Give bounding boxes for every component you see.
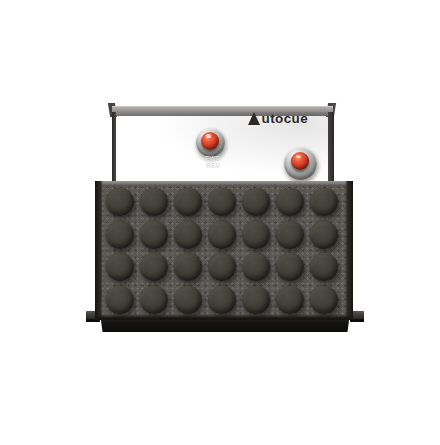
rubber-dome xyxy=(140,188,168,216)
rubber-dome xyxy=(310,221,338,249)
rubber-dome xyxy=(208,188,236,216)
rubber-dome xyxy=(310,286,338,314)
fwd-rev-label: FWD REV xyxy=(195,155,231,169)
rubber-dome xyxy=(242,188,270,216)
plate-right-edge xyxy=(345,181,353,320)
rubber-dome xyxy=(174,286,202,314)
rubber-dome xyxy=(174,221,202,249)
rubber-dome xyxy=(310,253,338,281)
secondary-button[interactable] xyxy=(284,147,317,180)
plate-left-edge xyxy=(95,181,103,320)
secondary-button-cap[interactable] xyxy=(291,152,309,170)
rev-label-line: REV xyxy=(195,162,231,169)
rubber-dome xyxy=(106,286,134,314)
logo-text: utocue xyxy=(262,111,309,126)
rubber-dome xyxy=(106,253,134,281)
logo-triangle-icon xyxy=(248,112,260,125)
rubber-dome xyxy=(140,221,168,249)
rubber-dome xyxy=(208,286,236,314)
product-photo: utocue FWD REV xyxy=(0,0,440,445)
fwd-rev-button-cap[interactable] xyxy=(201,132,219,150)
plate-bottom-edge xyxy=(95,314,353,320)
rubber-dome xyxy=(174,253,202,281)
rubber-dome xyxy=(208,221,236,249)
rubber-dome xyxy=(276,188,304,216)
rubber-dome xyxy=(276,221,304,249)
rubber-dome xyxy=(208,253,236,281)
rubber-dome xyxy=(242,221,270,249)
rubber-dome xyxy=(276,253,304,281)
pedal-plate xyxy=(95,181,353,320)
rubber-dome xyxy=(106,188,134,216)
plate-top-bevel xyxy=(95,181,353,185)
dome-grid xyxy=(106,188,338,314)
rubber-dome xyxy=(242,253,270,281)
rubber-dome xyxy=(276,286,304,314)
rubber-dome xyxy=(174,188,202,216)
rubber-dome xyxy=(140,253,168,281)
autocue-logo: utocue xyxy=(248,109,308,126)
rubber-dome xyxy=(140,286,168,314)
fwd-label-line: FWD xyxy=(195,155,231,162)
rubber-dome xyxy=(310,188,338,216)
rubber-dome xyxy=(242,286,270,314)
fwd-rev-button[interactable] xyxy=(196,128,225,157)
rubber-dome xyxy=(106,221,134,249)
